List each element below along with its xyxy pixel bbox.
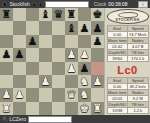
square-e4[interactable] [52, 62, 65, 75]
square-a5[interactable]: ♟ [0, 48, 13, 61]
lc0-logo: Lc0 [117, 64, 137, 76]
piece-black-rook: ♜ [2, 8, 12, 21]
captured-piece-icon: ♟ [32, 0, 36, 8]
square-h3[interactable]: ♟ [91, 75, 104, 88]
square-f2[interactable]: ♛ [65, 88, 78, 101]
square-f7[interactable]: ♝ [65, 21, 78, 34]
bottom-player-bar: ♘ LCZero [0, 115, 150, 123]
square-e8[interactable]: ♛ [52, 8, 65, 21]
piece-white-rook: ♜ [2, 102, 12, 115]
square-g7[interactable]: ♟ [78, 21, 91, 34]
piece-white-pawn: ♟ [2, 88, 12, 101]
piece-black-pawn: ♟ [80, 22, 90, 35]
piece-white-pawn: ♟ [15, 88, 25, 101]
square-g8[interactable] [78, 8, 91, 21]
square-e5[interactable] [52, 48, 65, 61]
stockfish-logo: STOCKFISH [107, 9, 149, 24]
square-a4[interactable] [0, 62, 13, 75]
square-a8[interactable]: ♜ [0, 8, 13, 21]
stat-value: 170.1 k [128, 56, 149, 62]
square-f3[interactable] [65, 75, 78, 88]
square-h7[interactable]: ♟ [91, 21, 104, 34]
square-d1[interactable] [39, 102, 52, 115]
square-b5[interactable]: ♟ [13, 48, 26, 61]
square-c2[interactable] [26, 88, 39, 101]
piece-black-bishop: ♝ [41, 8, 51, 21]
stat-value: 74.7 Mn/s [128, 32, 149, 38]
square-c7[interactable] [26, 21, 39, 34]
piece-white-pawn: ♟ [41, 75, 51, 88]
white-side-icon: ♘ [2, 115, 7, 123]
square-a6[interactable] [0, 35, 13, 48]
lc0-stats-table: EvalSpeed0.0049.2 kn/sMove timeNodes02:0… [107, 77, 149, 114]
clock-label: Clock [94, 0, 107, 8]
piece-white-rook: ♜ [93, 102, 103, 115]
piece-black-pawn: ♟ [80, 62, 90, 75]
square-h2[interactable] [91, 88, 104, 101]
piece-black-pawn: ♟ [2, 48, 12, 61]
square-e1[interactable] [52, 102, 65, 115]
piece-white-queen: ♛ [67, 88, 77, 101]
square-d7[interactable] [39, 21, 52, 34]
square-b4[interactable] [13, 62, 26, 75]
square-c3[interactable] [26, 75, 39, 88]
piece-black-pawn: ♟ [15, 48, 25, 61]
piece-black-king: ♚ [93, 8, 103, 21]
square-g3[interactable]: ♞ [78, 75, 91, 88]
square-f6[interactable] [65, 35, 78, 48]
square-c4[interactable] [26, 62, 39, 75]
piece-white-knight: ♞ [80, 75, 90, 88]
engine-panel: STOCKFISH EvalSpeed0.0074.7 Mn/sMove tim… [104, 8, 150, 115]
square-g4[interactable]: ♟ [78, 62, 91, 75]
square-b8[interactable] [13, 8, 26, 21]
stat-value: 39/60 [107, 56, 128, 62]
chess-gui: ♞ Stockfish ♟ ♟ Clock 00:38:08 ≡ ♜♝♛♜♚♝♟… [0, 0, 150, 123]
square-b1[interactable] [13, 102, 26, 115]
captured-piece-icon: ♟ [38, 0, 42, 8]
square-h4[interactable] [91, 62, 104, 75]
square-c6[interactable]: ♟ [26, 35, 39, 48]
square-c5[interactable] [26, 48, 39, 61]
stockfish-stats-table: EvalSpeed0.0074.7 Mn/sMove timeNodes01:4… [107, 25, 149, 62]
clock-time: 00:38:08 [108, 0, 127, 8]
stat-label: Depth/SD [107, 102, 128, 108]
piece-black-queen: ♛ [54, 8, 64, 21]
square-d3[interactable]: ♟ [39, 75, 52, 88]
square-e7[interactable] [52, 21, 65, 34]
piece-white-pawn: ♟ [93, 75, 103, 88]
square-d8[interactable]: ♝ [39, 8, 52, 21]
piece-black-pawn: ♟ [93, 22, 103, 35]
piece-black-rook: ♜ [67, 8, 77, 21]
black-side-icon: ♞ [2, 0, 7, 8]
square-d4[interactable] [39, 62, 52, 75]
piece-white-pawn: ♟ [67, 48, 77, 61]
square-d2[interactable] [39, 88, 52, 101]
white-engine-name: LCZero [9, 115, 26, 123]
square-c8[interactable] [26, 8, 39, 21]
black-engine-name: Stockfish [9, 0, 29, 8]
square-b6[interactable] [13, 35, 26, 48]
piece-white-pawn: ♟ [67, 62, 77, 75]
square-e3[interactable] [52, 75, 65, 88]
square-g1[interactable]: ♚ [78, 102, 91, 115]
stockfish-logo-text: STOCKFISH [116, 18, 140, 22]
piece-white-pawn: ♟ [80, 48, 90, 61]
square-b2[interactable]: ♟ [13, 88, 26, 101]
square-f1[interactable] [65, 102, 78, 115]
piece-black-pawn: ♟ [93, 35, 103, 48]
piece-black-bishop: ♝ [67, 22, 77, 35]
piece-white-king: ♚ [80, 102, 90, 115]
square-f8[interactable]: ♜ [65, 8, 78, 21]
piece-black-pawn: ♟ [28, 35, 38, 48]
square-h6[interactable]: ♟ [91, 35, 104, 48]
stat-label: Move time [107, 90, 128, 96]
menu-button[interactable]: ≡ [138, 1, 148, 8]
square-d6[interactable] [39, 35, 52, 48]
move-input[interactable] [45, 1, 89, 8]
stat-value: 19/38 [107, 108, 128, 114]
square-e6[interactable] [52, 35, 65, 48]
square-g2[interactable]: ♞ [78, 88, 91, 101]
square-d5[interactable] [39, 48, 52, 61]
square-c1[interactable] [26, 102, 39, 115]
square-b3[interactable] [13, 75, 26, 88]
stat-label: Move time [107, 38, 128, 44]
square-a1[interactable]: ♜ [0, 102, 13, 115]
chess-board: ♜♝♛♜♚♝♟♟♟♟♟♟♟♟♟♟♟♞♟♟♟♛♞♜♚♜ [0, 8, 104, 115]
stat-value: 49.2 kn/s [128, 84, 149, 90]
square-f4[interactable]: ♟ [65, 62, 78, 75]
piece-white-knight: ♞ [80, 88, 90, 101]
stat-value: 1.2 k [128, 108, 149, 114]
square-a7[interactable] [0, 21, 13, 34]
square-b7[interactable] [13, 21, 26, 34]
square-a3[interactable] [0, 75, 13, 88]
square-g5[interactable]: ♟ [78, 48, 91, 61]
square-g6[interactable] [78, 35, 91, 48]
top-player-bar: ♞ Stockfish ♟ ♟ Clock 00:38:08 ≡ [0, 0, 150, 8]
square-f5[interactable]: ♟ [65, 48, 78, 61]
stat-label: Depth/SD [107, 50, 128, 56]
square-a2[interactable]: ♟ [0, 88, 13, 101]
square-h5[interactable] [91, 48, 104, 61]
move-input[interactable] [28, 116, 72, 123]
square-h8[interactable]: ♚ [91, 8, 104, 21]
square-h1[interactable]: ♜ [91, 102, 104, 115]
square-e2[interactable] [52, 88, 65, 101]
